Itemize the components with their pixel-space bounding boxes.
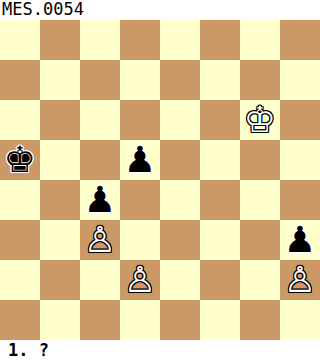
square-f7[interactable] — [200, 60, 240, 100]
piece-black-king: ♚ — [4, 140, 36, 180]
square-d6[interactable] — [120, 100, 160, 140]
square-a6[interactable] — [0, 100, 40, 140]
square-h4[interactable] — [280, 180, 320, 220]
square-b5[interactable] — [40, 140, 80, 180]
piece-white-king: ♔ — [244, 100, 276, 140]
square-h7[interactable] — [280, 60, 320, 100]
square-a4[interactable] — [0, 180, 40, 220]
square-a5[interactable]: ♚ — [0, 140, 40, 180]
square-h8[interactable] — [280, 20, 320, 60]
square-f1[interactable] — [200, 300, 240, 340]
square-f8[interactable] — [200, 20, 240, 60]
square-c2[interactable] — [80, 260, 120, 300]
square-g4[interactable] — [240, 180, 280, 220]
square-c4[interactable]: ♟ — [80, 180, 120, 220]
square-d3[interactable] — [120, 220, 160, 260]
chess-board: ♔♚♟♟♙♟♙♙ — [0, 20, 320, 340]
square-f3[interactable] — [200, 220, 240, 260]
square-g7[interactable] — [240, 60, 280, 100]
piece-black-pawn: ♟ — [84, 180, 116, 220]
square-d4[interactable] — [120, 180, 160, 220]
square-g6[interactable]: ♔ — [240, 100, 280, 140]
square-d2[interactable]: ♙ — [120, 260, 160, 300]
square-c1[interactable] — [80, 300, 120, 340]
square-h3[interactable]: ♟ — [280, 220, 320, 260]
square-b7[interactable] — [40, 60, 80, 100]
piece-white-pawn: ♙ — [84, 220, 116, 260]
square-b1[interactable] — [40, 300, 80, 340]
square-c7[interactable] — [80, 60, 120, 100]
square-e3[interactable] — [160, 220, 200, 260]
square-e5[interactable] — [160, 140, 200, 180]
square-h1[interactable] — [280, 300, 320, 340]
square-e1[interactable] — [160, 300, 200, 340]
square-b3[interactable] — [40, 220, 80, 260]
piece-white-pawn: ♙ — [124, 260, 156, 300]
square-e4[interactable] — [160, 180, 200, 220]
square-d1[interactable] — [120, 300, 160, 340]
square-a7[interactable] — [0, 60, 40, 100]
piece-white-pawn: ♙ — [284, 260, 316, 300]
piece-black-pawn: ♟ — [284, 220, 316, 260]
square-g8[interactable] — [240, 20, 280, 60]
square-c5[interactable] — [80, 140, 120, 180]
square-a2[interactable] — [0, 260, 40, 300]
square-b2[interactable] — [40, 260, 80, 300]
square-h6[interactable] — [280, 100, 320, 140]
square-e7[interactable] — [160, 60, 200, 100]
square-h5[interactable] — [280, 140, 320, 180]
square-a3[interactable] — [0, 220, 40, 260]
square-c8[interactable] — [80, 20, 120, 60]
piece-black-pawn: ♟ — [124, 140, 156, 180]
move-prompt-label: 1. ? — [0, 340, 320, 360]
square-e8[interactable] — [160, 20, 200, 60]
square-c3[interactable]: ♙ — [80, 220, 120, 260]
square-c6[interactable] — [80, 100, 120, 140]
square-h2[interactable]: ♙ — [280, 260, 320, 300]
chess-puzzle-page: MES.0054 ♔♚♟♟♙♟♙♙ 1. ? — [0, 0, 320, 360]
puzzle-id-label: MES.0054 — [0, 0, 320, 20]
square-e6[interactable] — [160, 100, 200, 140]
square-a8[interactable] — [0, 20, 40, 60]
square-b8[interactable] — [40, 20, 80, 60]
square-e2[interactable] — [160, 260, 200, 300]
square-g2[interactable] — [240, 260, 280, 300]
square-f2[interactable] — [200, 260, 240, 300]
square-b4[interactable] — [40, 180, 80, 220]
square-f4[interactable] — [200, 180, 240, 220]
square-b6[interactable] — [40, 100, 80, 140]
square-g3[interactable] — [240, 220, 280, 260]
square-f5[interactable] — [200, 140, 240, 180]
square-d5[interactable]: ♟ — [120, 140, 160, 180]
square-a1[interactable] — [0, 300, 40, 340]
square-d7[interactable] — [120, 60, 160, 100]
square-g5[interactable] — [240, 140, 280, 180]
square-d8[interactable] — [120, 20, 160, 60]
square-f6[interactable] — [200, 100, 240, 140]
square-g1[interactable] — [240, 300, 280, 340]
